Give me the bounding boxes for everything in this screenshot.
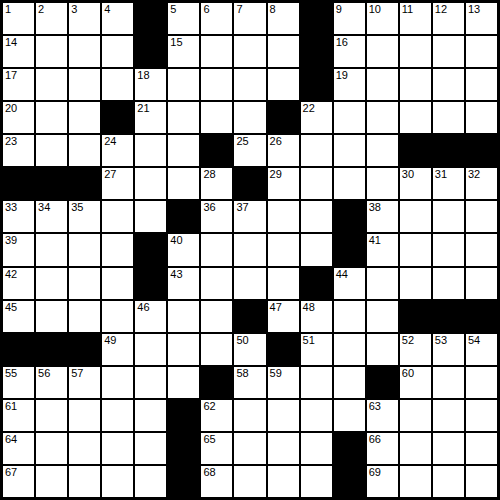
black-square-r5c13 [400,135,431,166]
clue-number: 17 [5,70,17,81]
cell-r10c12[interactable] [367,301,398,332]
cell-r11c12[interactable] [367,334,398,365]
clue-number: 7 [236,4,242,15]
cell-r2c6[interactable]: 15 [168,36,199,67]
clue-number: 16 [336,37,348,48]
clue-number: 43 [170,269,182,280]
cell-r10c10[interactable]: 48 [301,301,332,332]
clue-number: 45 [5,302,17,313]
cell-r8c10[interactable] [301,234,332,265]
cell-r8c1[interactable]: 39 [3,234,34,265]
cell-r9c1[interactable]: 42 [3,268,34,299]
clue-number: 53 [435,335,447,346]
cell-r5c4[interactable]: 24 [102,135,133,166]
cell-r1c7[interactable]: 6 [201,3,232,34]
clue-number: 33 [5,202,17,213]
cell-r2c7[interactable] [201,36,232,67]
cell-r4c13[interactable] [400,102,431,133]
cell-r13c15[interactable] [466,400,497,431]
cell-r3c9[interactable] [268,69,299,100]
black-square-r10c13 [400,301,431,332]
cell-r8c8[interactable] [234,234,265,265]
cell-r7c13[interactable] [400,201,431,232]
cell-r4c6[interactable] [168,102,199,133]
cell-r1c9[interactable]: 8 [268,3,299,34]
cell-r14c4[interactable] [102,433,133,464]
cell-r14c2[interactable] [36,433,67,464]
cell-r13c14[interactable] [433,400,464,431]
clue-number: 3 [71,4,77,15]
cell-r9c12[interactable] [367,268,398,299]
cell-r9c9[interactable] [268,268,299,299]
cell-r6c6[interactable] [168,168,199,199]
cell-r12c10[interactable] [301,367,332,398]
clue-number: 69 [369,467,381,478]
cell-r15c15[interactable] [466,466,497,497]
cell-r5c5[interactable] [135,135,166,166]
cell-r12c13[interactable]: 60 [400,367,431,398]
cell-r3c5[interactable]: 18 [135,69,166,100]
clue-number: 40 [170,235,182,246]
cell-r15c13[interactable] [400,466,431,497]
clue-number: 37 [236,202,248,213]
cell-r5c12[interactable] [367,135,398,166]
cell-r8c7[interactable] [201,234,232,265]
cell-r1c12[interactable]: 10 [367,3,398,34]
clue-number: 15 [170,37,182,48]
cell-r15c5[interactable] [135,466,166,497]
clue-number: 44 [336,269,348,280]
cell-r6c9[interactable]: 29 [268,168,299,199]
cell-r4c14[interactable] [433,102,464,133]
cell-r14c7[interactable]: 65 [201,433,232,464]
cell-r13c9[interactable] [268,400,299,431]
cell-r9c11[interactable]: 44 [334,268,365,299]
cell-r14c9[interactable] [268,433,299,464]
clue-number: 30 [402,169,414,180]
cell-r9c8[interactable] [234,268,265,299]
cell-r6c5[interactable] [135,168,166,199]
clue-number: 38 [369,202,381,213]
cell-r11c7[interactable] [201,334,232,365]
cell-r5c1[interactable]: 23 [3,135,34,166]
cell-r13c7[interactable]: 62 [201,400,232,431]
black-square-r6c3 [69,168,100,199]
cell-r9c15[interactable] [466,268,497,299]
cell-r2c3[interactable] [69,36,100,67]
cell-r6c15[interactable]: 32 [466,168,497,199]
cell-r5c10[interactable] [301,135,332,166]
cell-r10c3[interactable] [69,301,100,332]
cell-r10c4[interactable] [102,301,133,332]
cell-r3c6[interactable] [168,69,199,100]
cell-r6c11[interactable] [334,168,365,199]
cell-r4c2[interactable] [36,102,67,133]
clue-number: 14 [5,37,17,48]
cell-r2c14[interactable] [433,36,464,67]
cell-r7c10[interactable] [301,201,332,232]
cell-r14c1[interactable]: 64 [3,433,34,464]
black-square-r2c10 [301,36,332,67]
clue-number: 18 [137,70,149,81]
cell-r8c12[interactable]: 41 [367,234,398,265]
cell-r14c8[interactable] [234,433,265,464]
cell-r15c10[interactable] [301,466,332,497]
clue-number: 34 [38,202,50,213]
clue-number: 23 [5,136,17,147]
cell-r3c12[interactable] [367,69,398,100]
clue-number: 42 [5,269,17,280]
cell-r15c9[interactable] [268,466,299,497]
cell-r11c10[interactable]: 51 [301,334,332,365]
cell-r14c5[interactable] [135,433,166,464]
clue-number: 13 [468,4,480,15]
cell-r11c11[interactable] [334,334,365,365]
clue-number: 61 [5,401,17,412]
cell-r8c9[interactable] [268,234,299,265]
cell-r6c14[interactable]: 31 [433,168,464,199]
cell-r15c4[interactable] [102,466,133,497]
clue-number: 22 [303,103,315,114]
cell-r1c15[interactable]: 13 [466,3,497,34]
black-square-r5c15 [466,135,497,166]
cell-r8c3[interactable] [69,234,100,265]
cell-r7c9[interactable] [268,201,299,232]
clue-number: 29 [270,169,282,180]
cell-r10c11[interactable] [334,301,365,332]
cell-r12c15[interactable] [466,367,497,398]
clue-number: 20 [5,103,17,114]
crossword-grid: 1234567891011121314151617181920212223242… [0,0,500,500]
clue-number: 67 [5,467,17,478]
cell-r13c2[interactable] [36,400,67,431]
cell-r14c15[interactable] [466,433,497,464]
clue-number: 4 [104,4,110,15]
cell-r12c6[interactable] [168,367,199,398]
cell-r11c13[interactable]: 52 [400,334,431,365]
black-square-r7c6 [168,201,199,232]
cell-r10c6[interactable] [168,301,199,332]
cell-r9c3[interactable] [69,268,100,299]
clue-number: 36 [203,202,215,213]
cell-r3c8[interactable] [234,69,265,100]
black-square-r14c11 [334,433,365,464]
cell-r4c10[interactable]: 22 [301,102,332,133]
cell-r7c1[interactable]: 33 [3,201,34,232]
cell-r9c14[interactable] [433,268,464,299]
black-square-r4c4 [102,102,133,133]
clue-number: 63 [369,401,381,412]
cell-r1c6[interactable]: 5 [168,3,199,34]
clue-number: 31 [435,169,447,180]
cell-r7c15[interactable] [466,201,497,232]
black-square-r5c14 [433,135,464,166]
clue-number: 55 [5,368,17,379]
cell-r5c8[interactable]: 25 [234,135,265,166]
cell-r1c13[interactable]: 11 [400,3,431,34]
clue-number: 21 [137,103,149,114]
black-square-r8c11 [334,234,365,265]
cell-r6c4[interactable]: 27 [102,168,133,199]
cell-r12c11[interactable] [334,367,365,398]
cell-r4c12[interactable] [367,102,398,133]
cell-r3c2[interactable] [36,69,67,100]
cell-r3c13[interactable] [400,69,431,100]
cell-r8c4[interactable] [102,234,133,265]
cell-r14c10[interactable] [301,433,332,464]
cell-r14c13[interactable] [400,433,431,464]
cell-r11c4[interactable]: 49 [102,334,133,365]
cell-r6c10[interactable] [301,168,332,199]
cell-r2c8[interactable] [234,36,265,67]
cell-r9c13[interactable] [400,268,431,299]
cell-r7c4[interactable] [102,201,133,232]
cell-r11c8[interactable]: 50 [234,334,265,365]
clue-number: 6 [203,4,209,15]
cell-r9c6[interactable]: 43 [168,268,199,299]
cell-r9c2[interactable] [36,268,67,299]
cell-r13c3[interactable] [69,400,100,431]
clue-number: 26 [270,136,282,147]
black-square-r1c10 [301,3,332,34]
clue-number: 62 [203,401,215,412]
clue-number: 47 [270,302,282,313]
cell-r12c5[interactable] [135,367,166,398]
black-square-r6c8 [234,168,265,199]
cell-r4c3[interactable] [69,102,100,133]
clue-number: 57 [71,368,83,379]
cell-r13c5[interactable] [135,400,166,431]
cell-r8c14[interactable] [433,234,464,265]
cell-r12c4[interactable] [102,367,133,398]
cell-r1c4[interactable]: 4 [102,3,133,34]
cell-r10c1[interactable]: 45 [3,301,34,332]
black-square-r8c5 [135,234,166,265]
cell-r15c3[interactable] [69,466,100,497]
cell-r5c11[interactable] [334,135,365,166]
cell-r7c5[interactable] [135,201,166,232]
black-square-r1c5 [135,3,166,34]
cell-r13c12[interactable]: 63 [367,400,398,431]
black-square-r11c2 [36,334,67,365]
cell-r8c13[interactable] [400,234,431,265]
cell-r8c15[interactable] [466,234,497,265]
clue-number: 10 [369,4,381,15]
clue-number: 2 [38,4,44,15]
cell-r13c13[interactable] [400,400,431,431]
cell-r2c12[interactable] [367,36,398,67]
black-square-r2c5 [135,36,166,67]
cell-r3c15[interactable] [466,69,497,100]
clue-number: 49 [104,335,116,346]
clue-number: 28 [203,169,215,180]
cell-r13c11[interactable] [334,400,365,431]
black-square-r11c1 [3,334,34,365]
cell-r9c7[interactable] [201,268,232,299]
cell-r5c3[interactable] [69,135,100,166]
cell-r4c8[interactable] [234,102,265,133]
clue-number: 51 [303,335,315,346]
black-square-r6c1 [3,168,34,199]
cell-r2c1[interactable]: 14 [3,36,34,67]
cell-r5c9[interactable]: 26 [268,135,299,166]
clue-number: 39 [5,235,17,246]
clue-number: 35 [71,202,83,213]
cell-r7c3[interactable]: 35 [69,201,100,232]
cell-r1c1[interactable]: 1 [3,3,34,34]
cell-r4c15[interactable] [466,102,497,133]
clue-number: 58 [236,368,248,379]
clue-number: 46 [137,302,149,313]
cell-r2c2[interactable] [36,36,67,67]
cell-r2c13[interactable] [400,36,431,67]
clue-number: 19 [336,70,348,81]
clue-number: 27 [104,169,116,180]
clue-number: 56 [38,368,50,379]
black-square-r15c6 [168,466,199,497]
black-square-r9c5 [135,268,166,299]
black-square-r7c11 [334,201,365,232]
clue-number: 5 [170,4,176,15]
clue-number: 25 [236,136,248,147]
black-square-r5c7 [201,135,232,166]
cell-r8c6[interactable]: 40 [168,234,199,265]
black-square-r12c12 [367,367,398,398]
cell-r7c8[interactable]: 37 [234,201,265,232]
black-square-r15c11 [334,466,365,497]
black-square-r11c9 [268,334,299,365]
cell-r10c9[interactable]: 47 [268,301,299,332]
cell-r1c11[interactable]: 9 [334,3,365,34]
cell-r4c7[interactable] [201,102,232,133]
black-square-r13c6 [168,400,199,431]
cell-r6c13[interactable]: 30 [400,168,431,199]
cell-r15c7[interactable]: 68 [201,466,232,497]
clue-number: 32 [468,169,480,180]
cell-r2c11[interactable]: 16 [334,36,365,67]
clue-number: 52 [402,335,414,346]
black-square-r14c6 [168,433,199,464]
clue-number: 59 [270,368,282,379]
cell-r7c2[interactable]: 34 [36,201,67,232]
cell-r5c2[interactable] [36,135,67,166]
cell-r4c11[interactable] [334,102,365,133]
black-square-r12c7 [201,367,232,398]
cell-r1c14[interactable]: 12 [433,3,464,34]
cell-r1c2[interactable]: 2 [36,3,67,34]
clue-number: 11 [402,4,413,15]
cell-r14c14[interactable] [433,433,464,464]
clue-number: 50 [236,335,248,346]
clue-number: 24 [104,136,116,147]
cell-r9c4[interactable] [102,268,133,299]
cell-r7c12[interactable]: 38 [367,201,398,232]
cell-r11c5[interactable] [135,334,166,365]
cell-r6c7[interactable]: 28 [201,168,232,199]
cell-r5c6[interactable] [168,135,199,166]
cell-r10c2[interactable] [36,301,67,332]
cell-r3c4[interactable] [102,69,133,100]
cell-r2c4[interactable] [102,36,133,67]
black-square-r10c14 [433,301,464,332]
clue-number: 9 [336,4,342,15]
cell-r3c1[interactable]: 17 [3,69,34,100]
cell-r11c14[interactable]: 53 [433,334,464,365]
cell-r11c6[interactable] [168,334,199,365]
cell-r3c7[interactable] [201,69,232,100]
cell-r2c9[interactable] [268,36,299,67]
clue-number: 66 [369,434,381,445]
black-square-r10c8 [234,301,265,332]
cell-r12c14[interactable] [433,367,464,398]
cell-r13c4[interactable] [102,400,133,431]
cell-r7c14[interactable] [433,201,464,232]
black-square-r11c3 [69,334,100,365]
cell-r3c3[interactable] [69,69,100,100]
cell-r15c2[interactable] [36,466,67,497]
cell-r12c8[interactable]: 58 [234,367,265,398]
cell-r1c3[interactable]: 3 [69,3,100,34]
clue-number: 65 [203,434,215,445]
clue-number: 1 [5,4,11,15]
cell-r4c5[interactable]: 21 [135,102,166,133]
cell-r2c15[interactable] [466,36,497,67]
black-square-r9c10 [301,268,332,299]
clue-number: 12 [435,4,447,15]
clue-number: 41 [369,235,381,246]
cell-r11c15[interactable]: 54 [466,334,497,365]
cell-r13c1[interactable]: 61 [3,400,34,431]
black-square-r4c9 [268,102,299,133]
cell-r10c7[interactable] [201,301,232,332]
cell-r7c7[interactable]: 36 [201,201,232,232]
cell-r12c2[interactable]: 56 [36,367,67,398]
cell-r12c3[interactable]: 57 [69,367,100,398]
clue-number: 68 [203,467,215,478]
cell-r15c14[interactable] [433,466,464,497]
cell-r13c8[interactable] [234,400,265,431]
cell-r3c14[interactable] [433,69,464,100]
clue-number: 54 [468,335,480,346]
cell-r1c8[interactable]: 7 [234,3,265,34]
black-square-r10c15 [466,301,497,332]
cell-r10c5[interactable]: 46 [135,301,166,332]
cell-r14c12[interactable]: 66 [367,433,398,464]
cell-r15c8[interactable] [234,466,265,497]
cell-r4c1[interactable]: 20 [3,102,34,133]
cell-r6c12[interactable] [367,168,398,199]
cell-r13c10[interactable] [301,400,332,431]
cell-r12c9[interactable]: 59 [268,367,299,398]
black-square-r3c10 [301,69,332,100]
cell-r3c11[interactable]: 19 [334,69,365,100]
cell-r15c1[interactable]: 67 [3,466,34,497]
clue-number: 48 [303,302,315,313]
clue-number: 64 [5,434,17,445]
cell-r12c1[interactable]: 55 [3,367,34,398]
black-square-r6c2 [36,168,67,199]
clue-number: 60 [402,368,414,379]
clue-number: 8 [270,4,276,15]
cell-r15c12[interactable]: 69 [367,466,398,497]
cell-r14c3[interactable] [69,433,100,464]
cell-r8c2[interactable] [36,234,67,265]
